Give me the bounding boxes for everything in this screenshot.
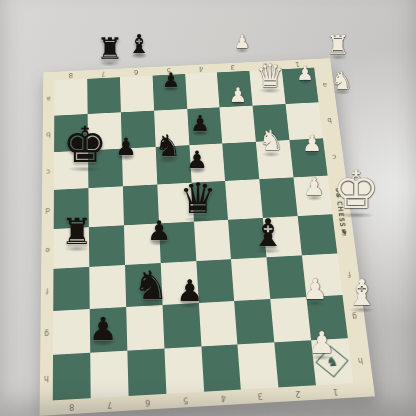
mat-corner-bottom-left	[40, 400, 53, 415]
square-h3	[238, 342, 279, 389]
square-f6	[125, 263, 162, 307]
square-b3	[220, 106, 256, 144]
file-label-right-a-text: a	[314, 67, 336, 103]
rank-label-bottom-6: 6	[128, 394, 166, 411]
rank-label-bottom-1: 1	[316, 383, 355, 400]
rank-label-bottom-8-text: 8	[53, 398, 91, 415]
square-b1	[286, 102, 323, 140]
square-h7	[90, 351, 128, 398]
square-e6	[124, 223, 161, 265]
square-a4	[185, 72, 220, 108]
rank-label-bottom-4-text: 4	[204, 390, 243, 407]
rank-label-bottom-1-text: 1	[316, 383, 355, 400]
rank-label-bottom-6-text: 6	[128, 394, 166, 411]
file-label-left-f: f	[41, 269, 54, 312]
file-label-left-b-text: b	[42, 116, 54, 153]
rank-label-bottom-7-text: 7	[91, 396, 129, 413]
square-f1	[302, 254, 342, 297]
file-label-left-g: g	[40, 311, 53, 355]
us-chess-brand-text: US CHESS	[334, 187, 347, 228]
file-label-left-a: a	[43, 80, 55, 116]
square-f8	[53, 267, 89, 311]
piece-white-rook-a1: ♜	[326, 32, 349, 58]
file-label-left-b: b	[42, 116, 54, 153]
square-h4	[201, 345, 241, 392]
chess-mat: 87654321aabbccddeeffggh♞h87654321♞US CHE…	[40, 58, 375, 416]
square-g8	[53, 309, 90, 355]
square-d1	[294, 175, 333, 215]
square-c7	[88, 148, 123, 187]
square-e4	[194, 219, 232, 261]
square-a7	[87, 77, 121, 114]
square-c4	[189, 143, 225, 182]
square-d5	[157, 182, 194, 223]
file-label-right-a: a	[314, 67, 336, 103]
square-h8	[53, 353, 91, 401]
file-label-left-f-text: f	[41, 269, 54, 312]
file-label-right-h-text: h	[348, 337, 373, 383]
square-c3	[223, 142, 260, 181]
square-a8	[54, 79, 87, 116]
square-f2	[267, 256, 307, 300]
file-label-left-c: c	[42, 152, 54, 190]
file-label-right-g: g	[342, 294, 367, 338]
square-c5	[155, 145, 191, 184]
file-label-left-h: h	[40, 355, 53, 401]
square-c1	[290, 138, 328, 177]
file-label-left-e-text: e	[41, 229, 53, 270]
square-b2	[253, 104, 290, 142]
square-h2	[275, 340, 317, 387]
us-chess-knight-logo: ♞	[316, 346, 349, 378]
file-label-left-d: d	[42, 190, 54, 230]
square-e3	[228, 217, 266, 259]
square-d2	[259, 177, 297, 217]
file-label-left-c-text: c	[42, 152, 54, 190]
square-c6	[122, 147, 157, 186]
square-e1	[298, 214, 338, 256]
square-b7	[88, 112, 122, 150]
file-label-left-h-text: h	[40, 355, 53, 401]
square-b5	[154, 109, 189, 147]
square-a2	[250, 69, 286, 105]
file-label-right-b-text: b	[318, 101, 340, 138]
square-a3	[217, 71, 253, 107]
square-h1: ♞	[311, 338, 353, 385]
square-c8	[54, 150, 88, 189]
square-e8	[53, 227, 89, 269]
file-label-left-e: e	[41, 229, 53, 270]
square-g7	[90, 307, 127, 353]
square-b4	[187, 107, 223, 145]
file-label-right-b: b	[318, 101, 340, 138]
square-g5	[162, 303, 201, 348]
square-c2	[256, 140, 293, 179]
square-f7	[89, 265, 126, 309]
square-b6	[121, 111, 156, 149]
square-f4	[196, 260, 235, 304]
file-label-left-g-text: g	[40, 311, 53, 355]
square-f5	[160, 261, 198, 305]
square-d4	[191, 181, 228, 222]
piece-white-knight-b1: ♞	[331, 69, 353, 93]
square-d6	[123, 184, 159, 225]
piece-black-bishop-a7: ♝	[127, 31, 150, 57]
brand-knight-icon: ♞	[340, 228, 348, 236]
square-e2	[263, 216, 302, 258]
mat-corner-bottom-right	[353, 382, 375, 398]
rank-label-bottom-5-text: 5	[166, 392, 204, 409]
square-b8	[54, 114, 88, 152]
rank-label-bottom-5: 5	[166, 392, 204, 409]
rank-label-bottom-7: 7	[91, 396, 129, 413]
chess-board-photo: 87654321aabbccddeeffggh♞h87654321♞US CHE…	[0, 0, 416, 416]
rank-label-bottom-3: 3	[241, 387, 280, 404]
square-g1	[307, 295, 348, 340]
rank-label-bottom-4: 4	[204, 390, 243, 407]
rank-label-bottom-2: 2	[279, 385, 318, 402]
file-label-right-g-text: g	[342, 294, 367, 338]
piece-white-pawn-a4: ♟	[234, 33, 250, 51]
square-e5	[159, 221, 196, 263]
square-d7	[88, 186, 123, 227]
rank-label-bottom-3-text: 3	[241, 387, 280, 404]
piece-black-rook-a8: ♜	[97, 34, 124, 64]
square-f3	[231, 258, 270, 302]
rank-label-bottom-8: 8	[53, 398, 91, 415]
file-label-right-h: h	[348, 337, 373, 383]
square-d8	[54, 188, 89, 229]
square-d3	[225, 179, 263, 220]
square-g3	[235, 299, 275, 344]
file-label-left-a-text: a	[43, 80, 55, 116]
square-h5	[164, 347, 204, 394]
square-e7	[89, 225, 125, 267]
rank-label-bottom-2-text: 2	[279, 385, 318, 402]
square-a6	[120, 76, 154, 113]
square-g4	[198, 301, 237, 346]
file-label-left-d-text: d	[42, 190, 54, 230]
square-a1	[282, 68, 319, 104]
square-g6	[126, 305, 164, 351]
square-g2	[271, 297, 312, 342]
square-h6	[127, 349, 166, 396]
knight-logo-icon: ♞	[325, 355, 339, 369]
square-a5	[152, 74, 187, 111]
